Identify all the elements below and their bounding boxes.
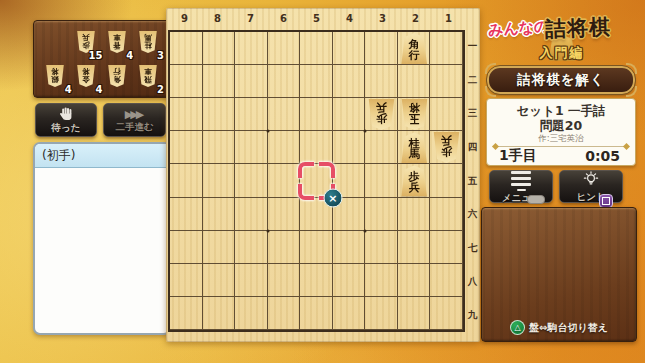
board-cell[interactable] [365,65,398,98]
board-cell[interactable] [430,264,463,297]
hoshi-dot [266,229,269,232]
board-cell[interactable] [170,264,203,297]
hand-piece-count: 15 [89,51,103,61]
board-cell[interactable] [268,231,301,264]
board-cell[interactable] [268,297,301,330]
hand-slot: 飛車2 [133,61,162,93]
board-cell[interactable] [203,231,236,264]
board-cell[interactable] [333,65,366,98]
forward-button[interactable]: ▶▶▶ 二手進む [103,103,166,137]
rank-label: 三 [465,97,480,131]
ps-triangle-button-icon: △ [510,320,525,335]
board-cell[interactable]: 角行 [398,32,431,65]
board-cell[interactable] [203,65,236,98]
board-cell[interactable] [235,164,268,197]
menu-icon [511,171,531,192]
hand-slot: 銀将4 [41,61,70,93]
hand-slot: 桂馬3 [133,26,162,58]
sente-hand-tray[interactable]: △ 盤⇔駒台切り替え [481,207,637,342]
shogi-piece-sente-2五[interactable]: 歩兵 [400,165,429,196]
board-cell[interactable] [170,198,203,231]
board-cell[interactable] [203,32,236,65]
board-cell[interactable] [203,164,236,197]
undo-button[interactable]: 待った [35,103,97,137]
board-cell[interactable] [268,264,301,297]
move-counter: 1手目 [499,147,537,165]
hand-slot: 歩兵15 [72,26,101,58]
lightbulb-icon [583,171,599,190]
board-cell[interactable] [268,131,301,164]
rank-labels: 一二三四五六七八九 [465,30,480,332]
board-cell[interactable] [300,231,333,264]
shogi-board-panel: 987654321 一二三四五六七八九 角行歩兵玉将桂馬歩兵歩兵× [166,8,480,342]
board-grid: 角行歩兵玉将桂馬歩兵歩兵× [168,30,465,332]
timer: 0:05 [585,148,620,164]
board-cell[interactable] [203,264,236,297]
file-label: 8 [201,13,234,29]
options-button-badge [527,195,545,204]
board-cell[interactable] [398,297,431,330]
rank-label: 一 [465,30,480,64]
gote-hand-grid: 歩兵15香車4桂馬3銀将4金将4角行飛車2 [34,21,169,97]
board-cell[interactable] [333,264,366,297]
move-list-panel: (初手) [33,142,171,335]
board-cell[interactable] [170,231,203,264]
rank-label: 九 [465,299,480,333]
fast-forward-icon: ▶▶▶ [125,109,144,120]
hand-piece-count: 4 [126,51,133,61]
hand-piece-角行[interactable]: 角行 [107,65,127,87]
info-divider [496,146,626,147]
hoshi-dot [364,229,367,232]
board-cell[interactable] [235,32,268,65]
board-cell[interactable] [170,98,203,131]
board-cell[interactable] [170,32,203,65]
board-cell[interactable] [300,65,333,98]
hand-piece-飛車[interactable]: 飛車 [138,65,158,87]
board-cell[interactable] [365,198,398,231]
hand-piece-count: 4 [65,85,72,95]
file-label: 4 [333,13,366,29]
move-list-header: (初手) [35,144,169,168]
board-cell[interactable]: 玉将 [398,98,431,131]
problem-info-card: セット1 一手詰 問題20 作:三宅英治 1手目 0:05 [486,98,636,166]
logo-tsumeshogi: 詰将棋 [545,13,612,43]
tray-caption-label: 盤⇔駒台切り替え [529,321,608,335]
hand-slot [41,26,70,58]
undo-button-label: 待った [52,123,81,133]
board-cell[interactable] [268,198,301,231]
file-labels: 987654321 [168,13,465,29]
banner-ornament [485,63,496,74]
board-cell[interactable] [430,297,463,330]
hoshi-dot [266,130,269,133]
file-label: 1 [432,13,465,29]
shogi-piece-gote-3三[interactable]: 歩兵 [367,99,396,130]
board-cell[interactable] [333,98,366,131]
board-cell[interactable] [170,164,203,197]
board-cell[interactable] [365,231,398,264]
board-cell[interactable] [430,231,463,264]
move-list-body [35,168,169,333]
shogi-piece-sente-2四[interactable]: 桂馬 [400,132,429,163]
board-cell[interactable] [300,297,333,330]
board-cell[interactable] [203,198,236,231]
board-cell[interactable] [268,32,301,65]
board-cell[interactable] [430,32,463,65]
hand-icon [59,107,74,121]
rank-label: 四 [465,131,480,165]
mode-banner: 詰将棋を解く [487,66,635,94]
hoshi-dot [364,130,367,133]
file-label: 9 [168,13,201,29]
board-cell[interactable] [300,32,333,65]
board-cell[interactable]: 桂馬 [398,131,431,164]
hand-slot: 角行 [103,61,132,93]
app-background: 歩兵15香車4桂馬3銀将4金将4角行飛車2 待った ▶▶▶ 二手進む (初手) … [0,0,645,363]
board-cell[interactable] [430,65,463,98]
shogi-piece-gote-1四[interactable]: 歩兵 [432,132,461,163]
board-cell[interactable] [365,32,398,65]
board-cell[interactable]: 歩兵 [365,98,398,131]
cursor-x-marker: × [323,188,342,207]
hand-piece-金将[interactable]: 金将 [76,65,96,87]
board-cell[interactable]: 歩兵 [430,131,463,164]
board-cell[interactable] [268,98,301,131]
hint-button[interactable]: ヒント [559,170,623,203]
board-cell[interactable] [235,65,268,98]
board-cell[interactable] [430,98,463,131]
shogi-piece-gote-2三[interactable]: 玉将 [400,99,429,130]
hand-piece-銀将[interactable]: 銀将 [45,65,65,87]
problem-number-label: 問題20 [487,118,635,133]
board-cell[interactable] [333,131,366,164]
board-cell[interactable] [235,297,268,330]
board-cell[interactable] [398,231,431,264]
ps-square-button-badge [599,194,613,208]
file-label: 3 [366,13,399,29]
board-cell[interactable] [235,198,268,231]
board-cell[interactable] [398,198,431,231]
hand-piece-count: 4 [96,85,103,95]
gote-hand-tray[interactable]: 歩兵15香車4桂馬3銀将4金将4角行飛車2 [33,20,170,98]
mode-banner-label: 詰将棋を解く [517,71,605,89]
board-cell[interactable] [333,32,366,65]
file-label: 7 [234,13,267,29]
problem-author-label: 作:三宅英治 [487,133,635,143]
board-cell[interactable] [365,297,398,330]
file-label: 2 [399,13,432,29]
rank-label: 七 [465,231,480,265]
board-cell[interactable] [430,198,463,231]
hand-slot: 香車4 [103,26,132,58]
hand-slot: 金将4 [72,61,101,93]
rank-label: 五 [465,164,480,198]
board-cell[interactable]: 歩兵 [398,164,431,197]
board-cell[interactable] [170,297,203,330]
board-cell[interactable] [235,231,268,264]
board-cell[interactable] [365,264,398,297]
problem-set-label: セット1 一手詰 [487,103,635,118]
board-cell[interactable] [365,131,398,164]
board-cell[interactable] [235,264,268,297]
app-logo: みんなの 詰将棋 入門編 [488,13,636,65]
board-cell[interactable] [430,164,463,197]
board-cell[interactable] [398,264,431,297]
hand-piece-桂馬[interactable]: 桂馬 [138,31,158,53]
board-cell[interactable] [268,164,301,197]
rank-label: 八 [465,265,480,299]
board-cell[interactable] [268,65,301,98]
banner-ornament [485,86,496,97]
hand-piece-count: 3 [157,51,164,61]
board-cell[interactable] [203,297,236,330]
forward-button-label: 二手進む [115,122,153,132]
board-cell[interactable] [365,164,398,197]
tray-caption: △ 盤⇔駒台切り替え [482,320,636,335]
board-cell[interactable] [203,98,236,131]
hand-piece-香車[interactable]: 香車 [107,31,127,53]
board-cell[interactable] [300,131,333,164]
file-label: 6 [267,13,300,29]
rank-label: 二 [465,64,480,98]
board-cell[interactable] [235,131,268,164]
hand-piece-count: 2 [157,85,164,95]
board-cell[interactable] [235,98,268,131]
banner-ornament [626,86,637,97]
board-cell[interactable] [170,65,203,98]
board-cell[interactable] [300,98,333,131]
board-cell[interactable] [300,264,333,297]
file-label: 5 [300,13,333,29]
logo-nyumonhen: 入門編 [488,44,636,62]
board-cell[interactable] [203,131,236,164]
board-cell[interactable] [398,65,431,98]
board-cell[interactable] [333,297,366,330]
board-cell[interactable] [333,231,366,264]
board-cell[interactable] [170,131,203,164]
rank-label: 六 [465,198,480,232]
shogi-piece-sente-2一[interactable]: 角行 [400,33,429,64]
logo-minna: みんなの [487,17,550,40]
